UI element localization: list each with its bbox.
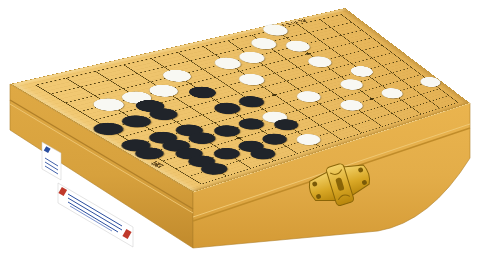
go-set-photo: 双元111 双元111 ●●●●●●●●●●●●●●●●●●●●●●●●●●●●… xyxy=(0,0,480,271)
